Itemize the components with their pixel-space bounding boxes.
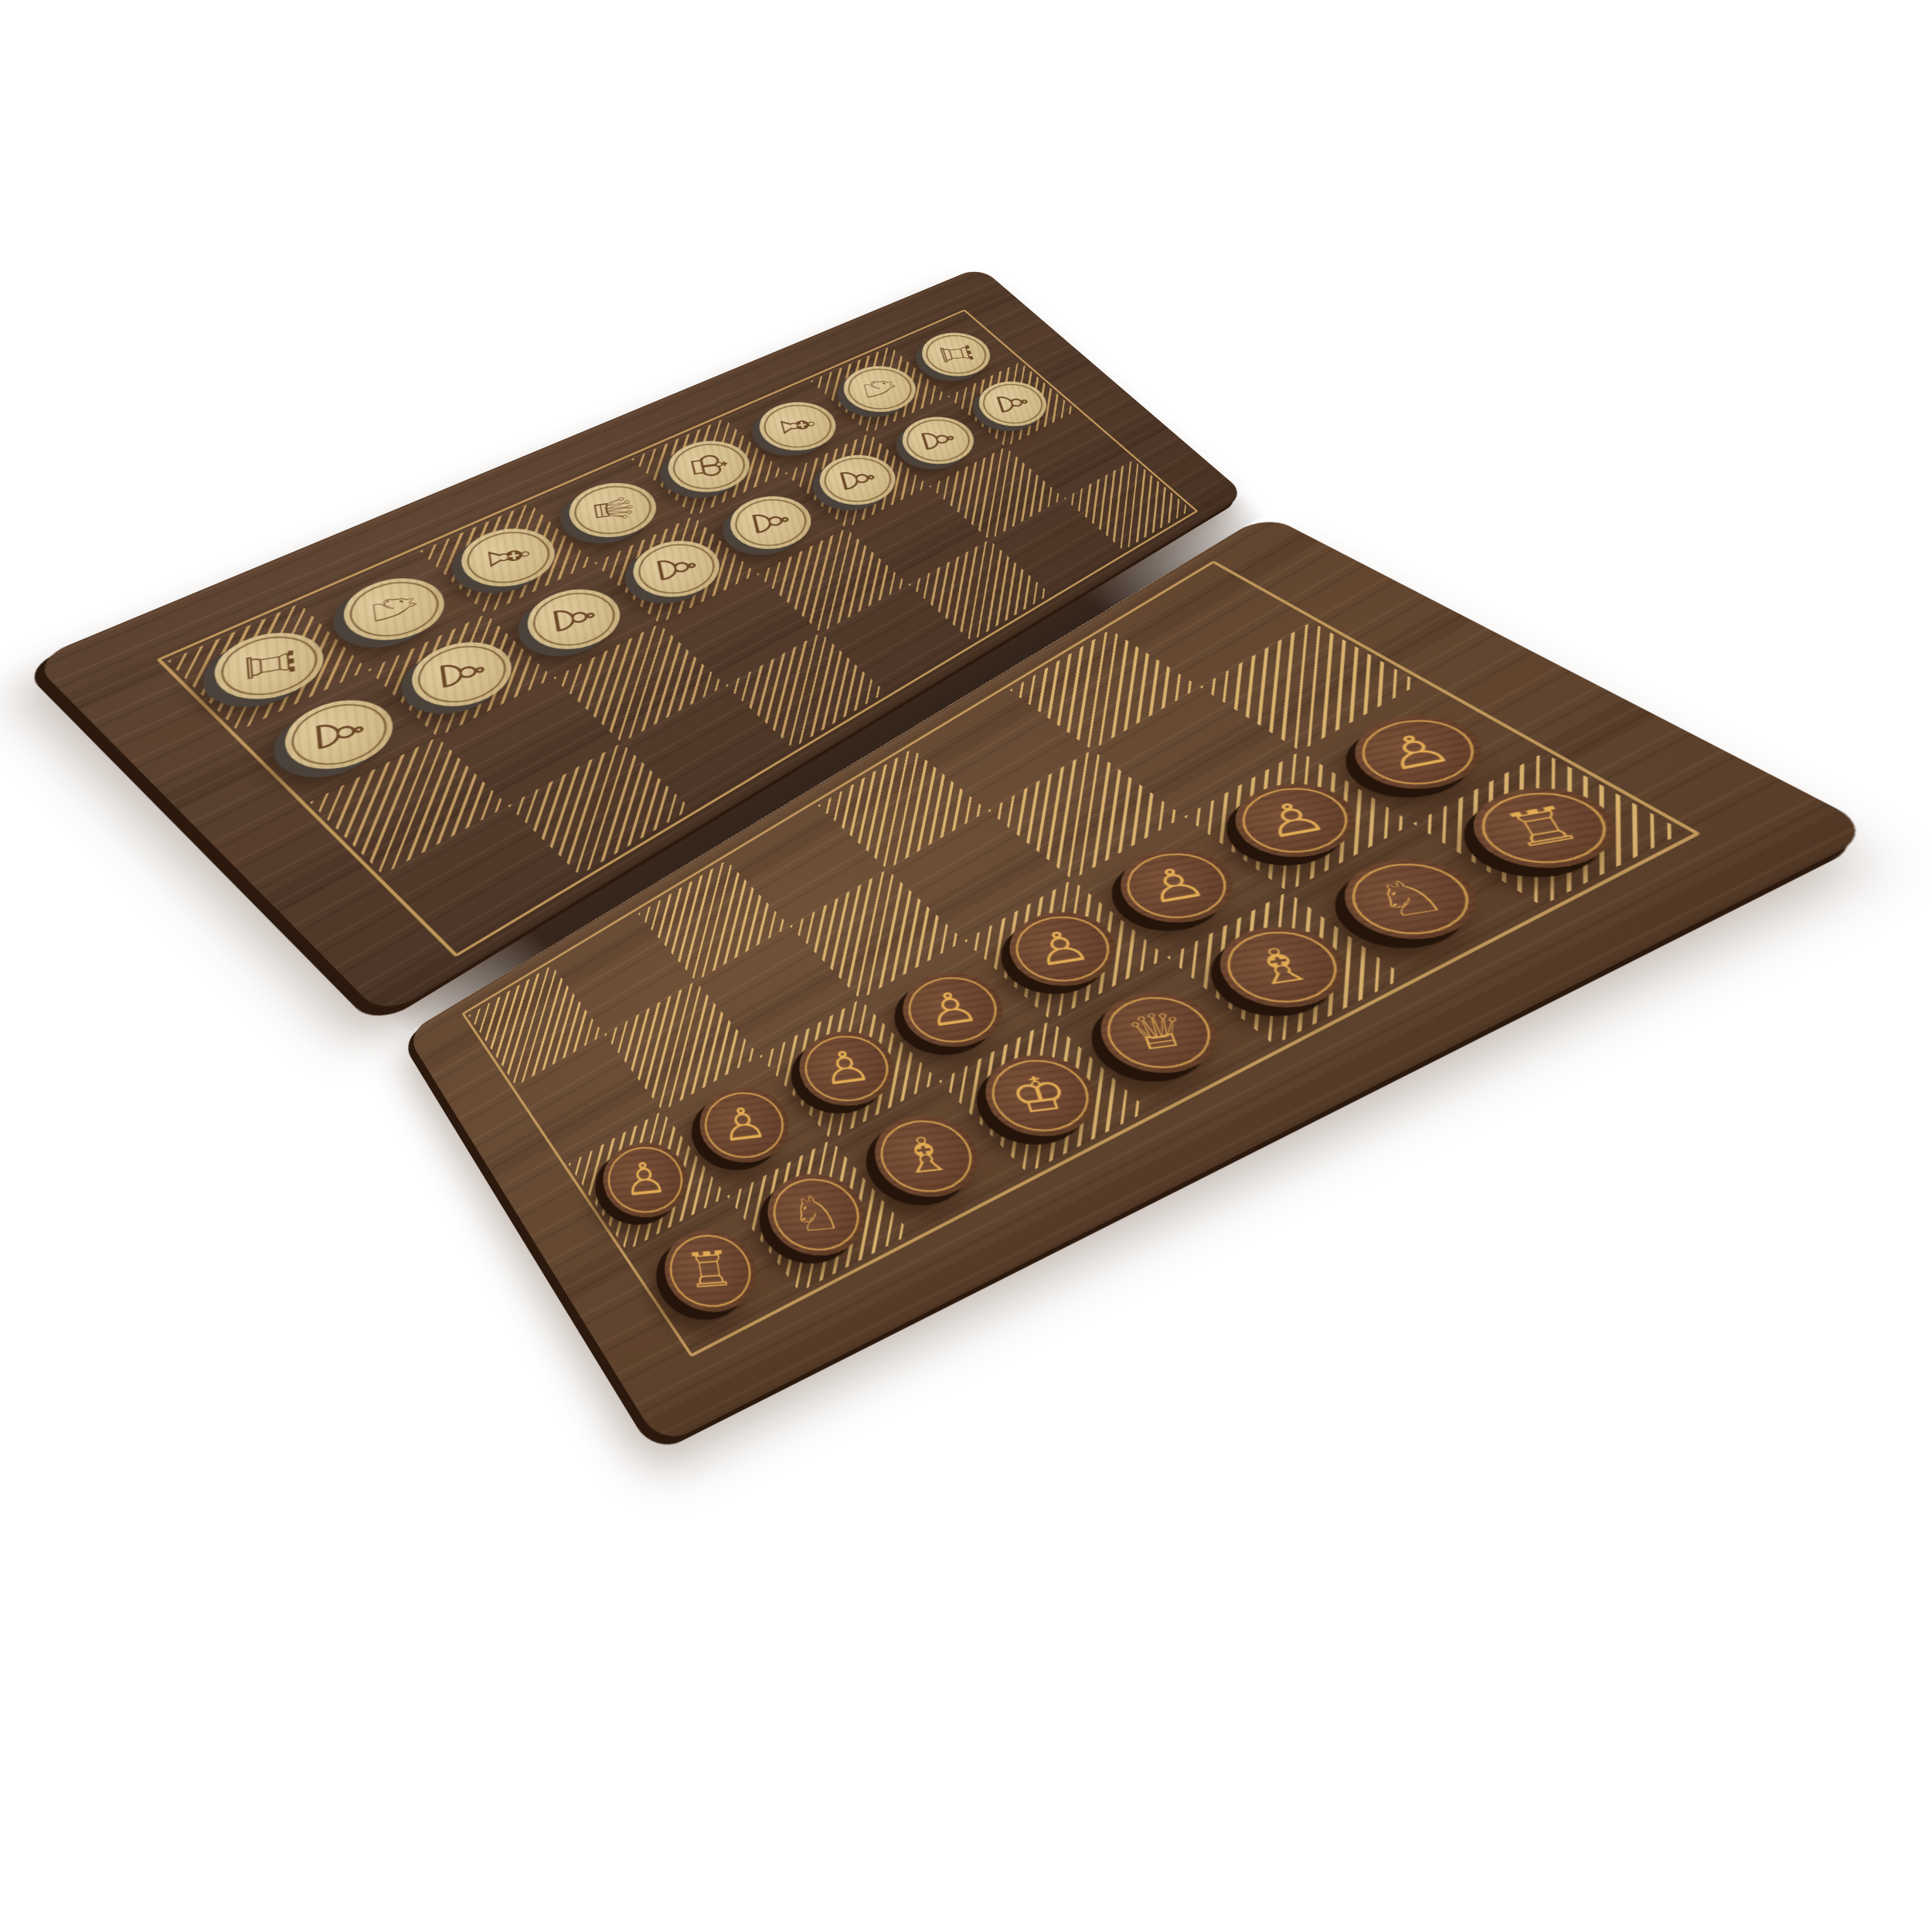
chess-photo-scene: ♖♘♗♕♔♗♘♖♙♙♙♙♙♙♙♙ ♙♙♙♙♙♙♙♙♖♘♗♔♕♗♘♖ (0, 0, 1932, 1932)
white-bishop-icon: ♗ (771, 410, 822, 440)
white-knight-icon: ♘ (855, 374, 903, 403)
black-knight-icon: ♘ (785, 1187, 845, 1240)
black-pawn-icon: ♙ (716, 1099, 770, 1148)
white-pawn-icon: ♙ (988, 389, 1036, 417)
black-pawn-icon: ♙ (619, 1155, 669, 1203)
white-rook-icon: ♖ (932, 340, 979, 367)
white-pawn-icon: ♙ (913, 425, 962, 455)
black-rook-icon: ♖ (682, 1243, 737, 1295)
black-pawn-icon: ♙ (816, 1043, 876, 1092)
